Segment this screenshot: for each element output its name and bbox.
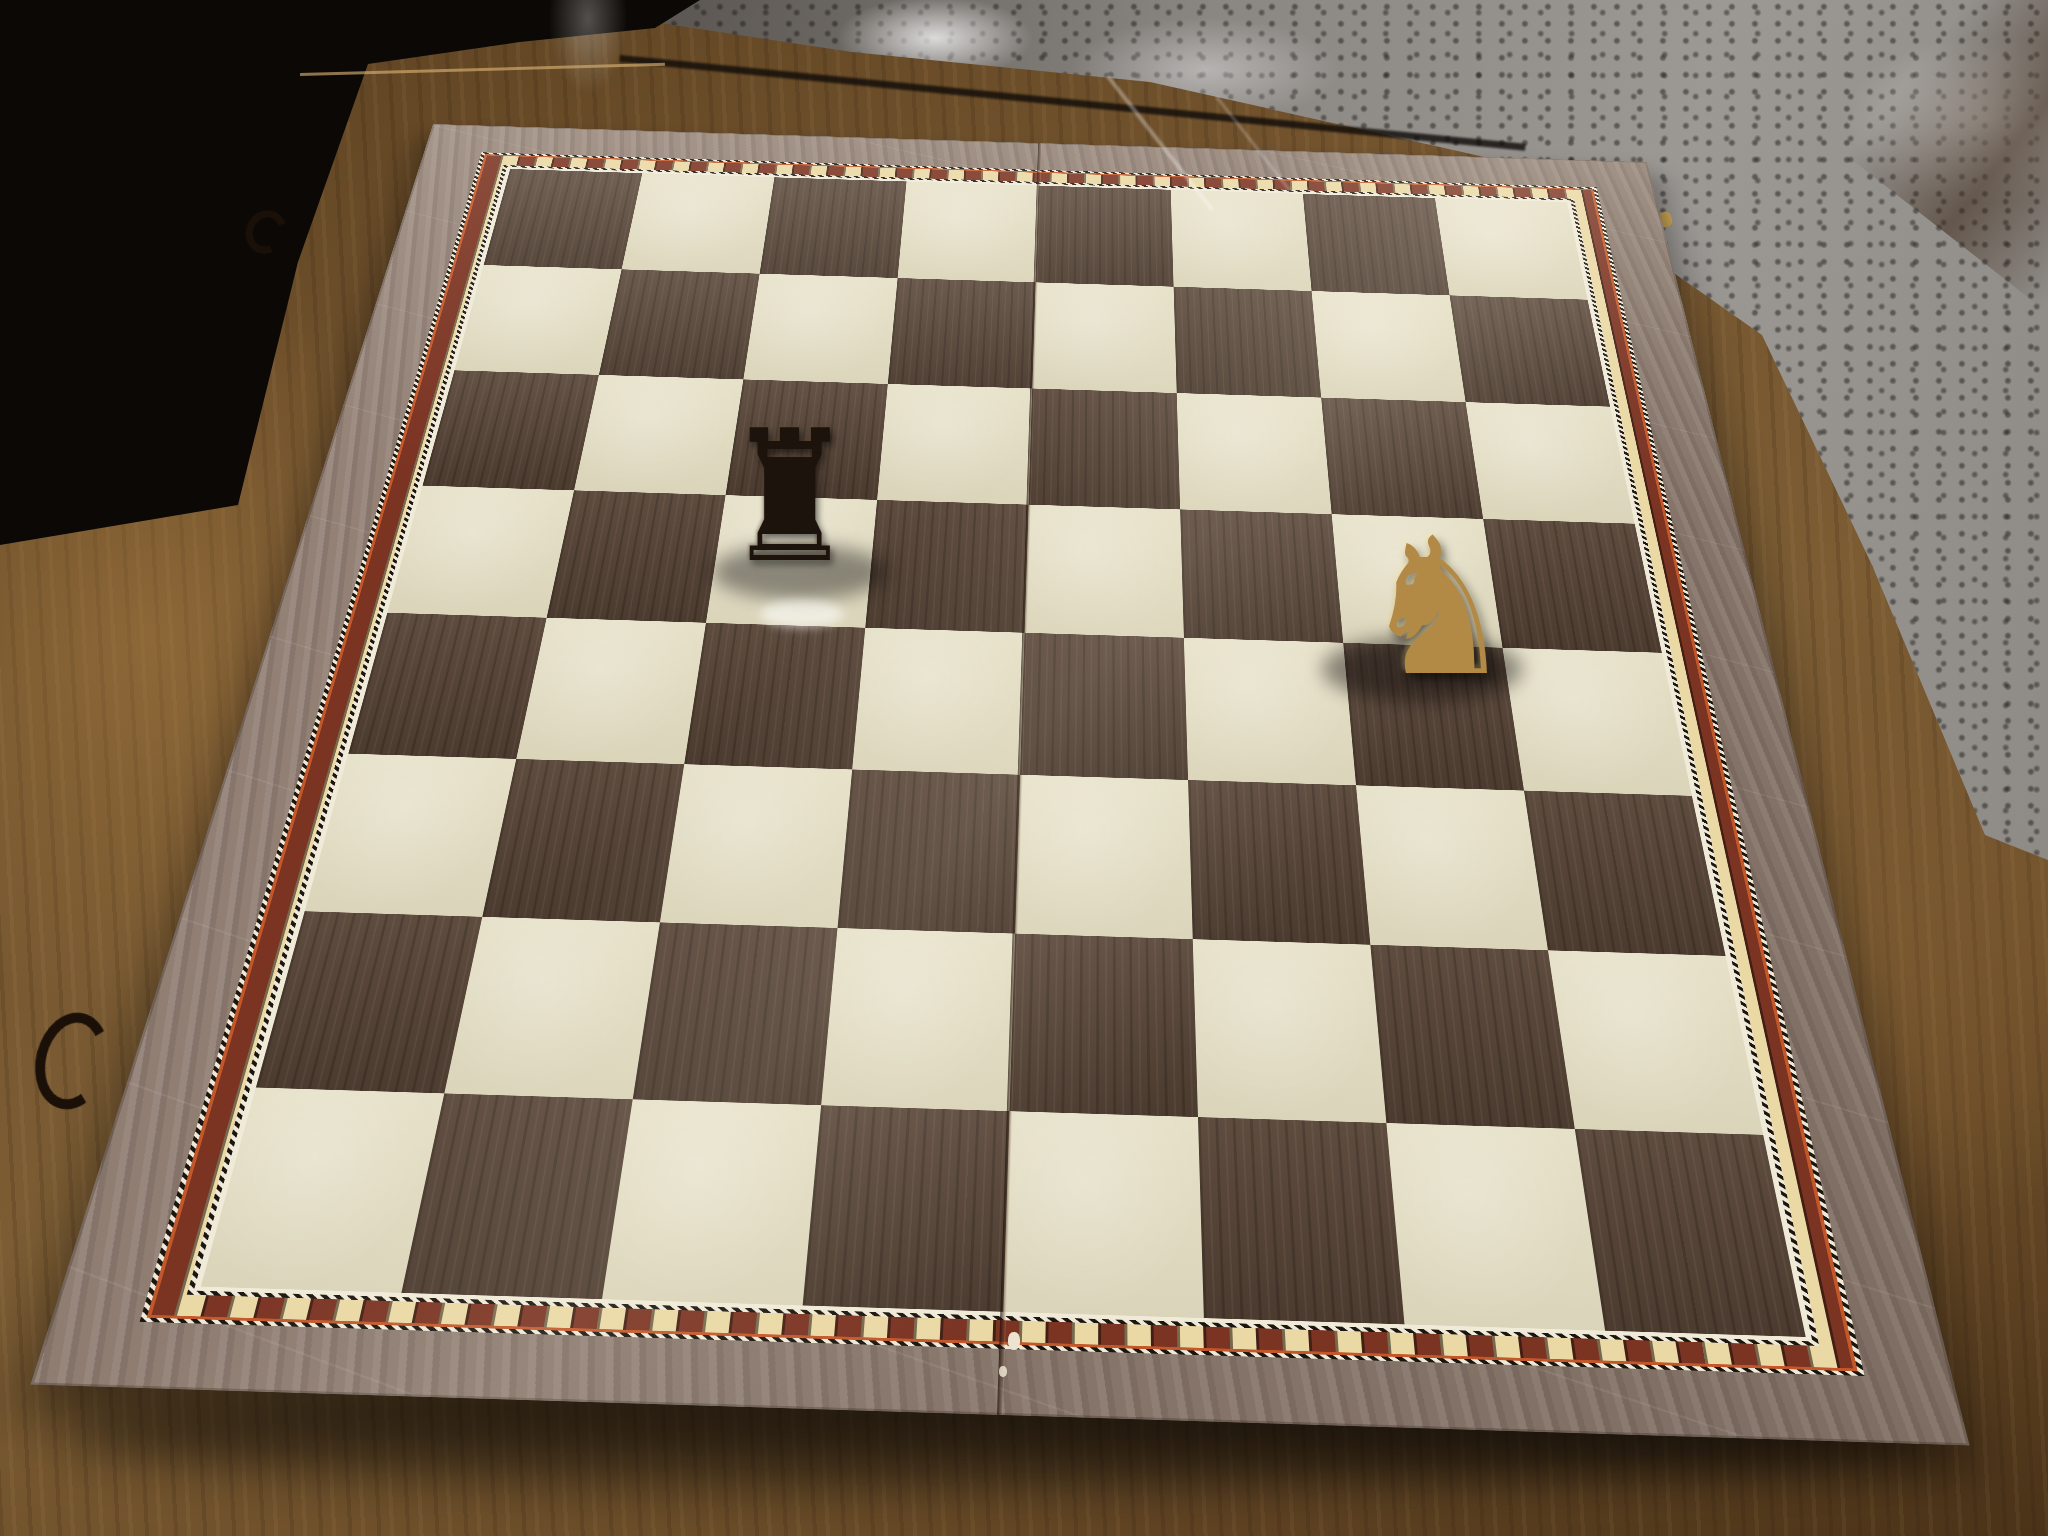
square-d7[interactable]: [888, 278, 1036, 388]
black-rook[interactable]: ♜: [726, 406, 853, 588]
square-b8[interactable]: [622, 173, 775, 274]
square-a7[interactable]: [454, 265, 621, 375]
square-a2[interactable]: [256, 911, 482, 1093]
square-c8[interactable]: [760, 177, 907, 278]
square-e6[interactable]: [1029, 388, 1181, 509]
square-f8[interactable]: [1171, 190, 1312, 291]
playfield-margin: [194, 167, 1813, 1341]
square-c1[interactable]: [602, 1099, 821, 1305]
square-g3[interactable]: [1356, 785, 1548, 950]
square-e1[interactable]: [1003, 1111, 1204, 1318]
paint-chip: [1008, 1332, 1020, 1350]
square-a5[interactable]: [387, 486, 574, 618]
square-e2[interactable]: [1010, 933, 1198, 1117]
square-h2[interactable]: [1548, 950, 1763, 1135]
square-f5[interactable]: [1180, 509, 1343, 642]
square-f1[interactable]: [1198, 1117, 1405, 1324]
square-e7[interactable]: [1032, 282, 1176, 392]
square-e4[interactable]: [1020, 633, 1188, 780]
square-h8[interactable]: [1435, 198, 1588, 300]
square-h4[interactable]: [1503, 648, 1692, 796]
square-h3[interactable]: [1524, 791, 1726, 956]
square-a6[interactable]: [423, 370, 599, 490]
square-d4[interactable]: [852, 628, 1024, 775]
square-f3[interactable]: [1188, 780, 1370, 944]
square-c7[interactable]: [743, 274, 897, 384]
square-c4[interactable]: [684, 623, 865, 770]
paint-chip: [999, 1366, 1007, 1377]
square-d3[interactable]: [838, 770, 1021, 934]
square-b6[interactable]: [574, 375, 743, 495]
square-d6[interactable]: [877, 384, 1032, 505]
mosaic-border: [147, 154, 1858, 1371]
square-b2[interactable]: [444, 917, 660, 1100]
square-b7[interactable]: [599, 269, 760, 379]
square-b4[interactable]: [516, 618, 706, 765]
square-e5[interactable]: [1025, 505, 1184, 638]
mosaic-outer-rope: [140, 152, 1865, 1376]
square-g8[interactable]: [1303, 194, 1450, 296]
square-b5[interactable]: [547, 490, 726, 622]
square-g1[interactable]: [1386, 1123, 1605, 1331]
square-a8[interactable]: [484, 169, 643, 269]
square-f2[interactable]: [1193, 939, 1387, 1123]
square-f7[interactable]: [1174, 287, 1322, 398]
square-b3[interactable]: [482, 759, 684, 922]
square-d1[interactable]: [803, 1105, 1010, 1312]
square-g2[interactable]: [1370, 944, 1574, 1128]
square-d2[interactable]: [821, 928, 1015, 1111]
square-d8[interactable]: [898, 181, 1039, 282]
square-e3[interactable]: [1015, 775, 1193, 939]
white-knight[interactable]: ♞: [1361, 513, 1514, 703]
board-gloss-reflection: [760, 600, 844, 628]
square-a3[interactable]: [305, 754, 516, 917]
board-grid: [201, 169, 1806, 1337]
paint-chip: [735, 1106, 742, 1113]
square-g7[interactable]: [1312, 291, 1466, 402]
mosaic-inner-rope: [187, 165, 1819, 1346]
glass-reflection: [548, 0, 628, 95]
square-a4[interactable]: [348, 613, 546, 759]
square-e8[interactable]: [1036, 186, 1174, 287]
square-h1[interactable]: [1575, 1129, 1806, 1337]
square-f6[interactable]: [1177, 393, 1332, 514]
square-h7[interactable]: [1450, 295, 1610, 406]
square-c2[interactable]: [633, 922, 838, 1105]
square-c3[interactable]: [660, 764, 852, 927]
square-d5[interactable]: [865, 500, 1028, 633]
